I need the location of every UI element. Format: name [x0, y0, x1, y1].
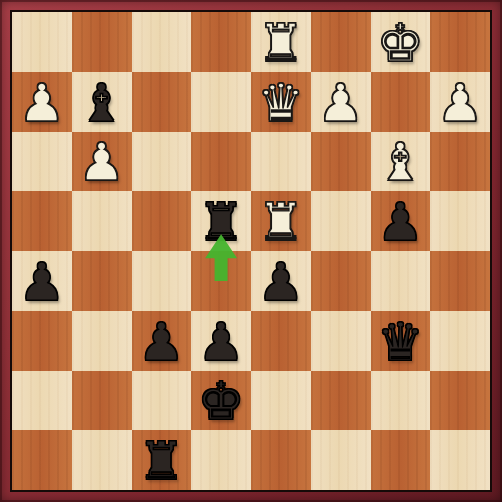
square-d1[interactable]: [191, 430, 251, 490]
black-rook[interactable]: ♜: [138, 435, 185, 487]
white-queen[interactable]: ♛: [258, 77, 305, 129]
square-a6[interactable]: [12, 132, 72, 192]
square-b7[interactable]: ♝: [72, 72, 132, 132]
square-h8[interactable]: [430, 12, 490, 72]
square-h5[interactable]: [430, 191, 490, 251]
white-pawn[interactable]: ♟: [78, 136, 125, 188]
square-h2[interactable]: [430, 371, 490, 431]
black-queen[interactable]: ♛: [377, 316, 424, 368]
square-g2[interactable]: [371, 371, 431, 431]
square-e8[interactable]: ♜: [251, 12, 311, 72]
white-bishop[interactable]: ♝: [377, 136, 424, 188]
square-a2[interactable]: [12, 371, 72, 431]
square-c4[interactable]: [132, 251, 192, 311]
square-a1[interactable]: [12, 430, 72, 490]
square-d3[interactable]: ♟: [191, 311, 251, 371]
square-e7[interactable]: ♛: [251, 72, 311, 132]
square-e3[interactable]: [251, 311, 311, 371]
square-f2[interactable]: [311, 371, 371, 431]
square-c6[interactable]: [132, 132, 192, 192]
square-f6[interactable]: [311, 132, 371, 192]
square-f8[interactable]: [311, 12, 371, 72]
square-a8[interactable]: [12, 12, 72, 72]
square-d5[interactable]: ♜: [191, 191, 251, 251]
square-e1[interactable]: [251, 430, 311, 490]
square-g6[interactable]: ♝: [371, 132, 431, 192]
black-pawn[interactable]: ♟: [377, 196, 424, 248]
white-pawn[interactable]: ♟: [19, 77, 66, 129]
white-king[interactable]: ♚: [377, 17, 424, 69]
square-e5[interactable]: ♜: [251, 191, 311, 251]
square-c3[interactable]: ♟: [132, 311, 192, 371]
square-c1[interactable]: ♜: [132, 430, 192, 490]
black-king[interactable]: ♚: [198, 375, 245, 427]
square-b4[interactable]: [72, 251, 132, 311]
square-d8[interactable]: [191, 12, 251, 72]
square-f4[interactable]: [311, 251, 371, 311]
square-e2[interactable]: [251, 371, 311, 431]
square-a7[interactable]: ♟: [12, 72, 72, 132]
square-e6[interactable]: [251, 132, 311, 192]
square-b3[interactable]: [72, 311, 132, 371]
square-b5[interactable]: [72, 191, 132, 251]
square-e4[interactable]: ♟: [251, 251, 311, 311]
square-c5[interactable]: [132, 191, 192, 251]
white-rook[interactable]: ♜: [258, 196, 305, 248]
square-g3[interactable]: ♛: [371, 311, 431, 371]
black-bishop[interactable]: ♝: [78, 77, 125, 129]
square-h1[interactable]: [430, 430, 490, 490]
square-g4[interactable]: [371, 251, 431, 311]
square-f5[interactable]: [311, 191, 371, 251]
square-g8[interactable]: ♚: [371, 12, 431, 72]
black-pawn[interactable]: ♟: [19, 256, 66, 308]
square-g1[interactable]: [371, 430, 431, 490]
square-b6[interactable]: ♟: [72, 132, 132, 192]
square-d6[interactable]: [191, 132, 251, 192]
square-b2[interactable]: [72, 371, 132, 431]
square-d2[interactable]: ♚: [191, 371, 251, 431]
white-pawn[interactable]: ♟: [437, 77, 484, 129]
square-d4[interactable]: [191, 251, 251, 311]
square-a5[interactable]: [12, 191, 72, 251]
square-d7[interactable]: [191, 72, 251, 132]
black-pawn[interactable]: ♟: [198, 316, 245, 368]
chess-board: ♜♚♟♝♛♟♟♟♝♜♜♟♟♟♟♟♛♚♜: [12, 12, 490, 490]
square-a3[interactable]: [12, 311, 72, 371]
square-g5[interactable]: ♟: [371, 191, 431, 251]
square-h3[interactable]: [430, 311, 490, 371]
square-h6[interactable]: [430, 132, 490, 192]
square-c7[interactable]: [132, 72, 192, 132]
white-rook[interactable]: ♜: [258, 17, 305, 69]
square-h7[interactable]: ♟: [430, 72, 490, 132]
square-b1[interactable]: [72, 430, 132, 490]
square-b8[interactable]: [72, 12, 132, 72]
black-pawn[interactable]: ♟: [138, 316, 185, 368]
square-f1[interactable]: [311, 430, 371, 490]
black-pawn[interactable]: ♟: [258, 256, 305, 308]
board-frame: ♜♚♟♝♛♟♟♟♝♜♜♟♟♟♟♟♛♚♜: [0, 0, 502, 502]
square-f7[interactable]: ♟: [311, 72, 371, 132]
black-rook[interactable]: ♜: [198, 196, 245, 248]
square-h4[interactable]: [430, 251, 490, 311]
square-c8[interactable]: [132, 12, 192, 72]
white-pawn[interactable]: ♟: [317, 77, 364, 129]
square-f3[interactable]: [311, 311, 371, 371]
square-g7[interactable]: [371, 72, 431, 132]
square-a4[interactable]: ♟: [12, 251, 72, 311]
square-c2[interactable]: [132, 371, 192, 431]
